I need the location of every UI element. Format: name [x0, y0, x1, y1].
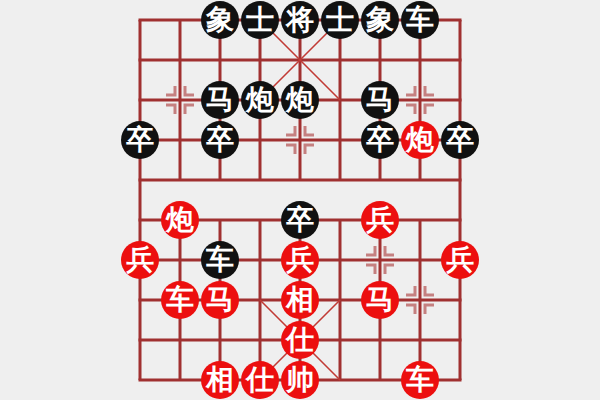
piece-black-cannon[interactable]: 炮 [281, 81, 319, 119]
piece-red-general[interactable]: 帅 [281, 361, 319, 399]
piece-black-elephant[interactable]: 象 [361, 1, 399, 39]
piece-red-elephant[interactable]: 相 [201, 361, 239, 399]
piece-black-soldier[interactable]: 卒 [201, 121, 239, 159]
piece-red-soldier[interactable]: 兵 [361, 201, 399, 239]
piece-layer: 象士将士象车马炮炮马卒卒卒炮卒炮卒兵兵车兵兵车马相马仕相仕帅车 [0, 0, 600, 400]
piece-black-chariot[interactable]: 车 [201, 241, 239, 279]
piece-red-soldier[interactable]: 兵 [121, 241, 159, 279]
piece-black-general[interactable]: 将 [281, 1, 319, 39]
piece-red-chariot[interactable]: 车 [161, 281, 199, 319]
piece-red-horse[interactable]: 马 [361, 281, 399, 319]
piece-red-elephant[interactable]: 相 [281, 281, 319, 319]
piece-red-advisor[interactable]: 仕 [281, 321, 319, 359]
piece-red-cannon[interactable]: 炮 [401, 121, 439, 159]
piece-black-soldier[interactable]: 卒 [121, 121, 159, 159]
piece-black-cannon[interactable]: 炮 [241, 81, 279, 119]
piece-red-horse[interactable]: 马 [201, 281, 239, 319]
piece-red-soldier[interactable]: 兵 [441, 241, 479, 279]
piece-black-soldier[interactable]: 卒 [441, 121, 479, 159]
piece-black-soldier[interactable]: 卒 [281, 201, 319, 239]
piece-black-soldier[interactable]: 卒 [361, 121, 399, 159]
piece-black-elephant[interactable]: 象 [201, 1, 239, 39]
piece-red-chariot[interactable]: 车 [401, 361, 439, 399]
piece-red-advisor[interactable]: 仕 [241, 361, 279, 399]
xiangqi-board[interactable]: 象士将士象车马炮炮马卒卒卒炮卒炮卒兵兵车兵兵车马相马仕相仕帅车 [0, 0, 600, 400]
piece-black-advisor[interactable]: 士 [241, 1, 279, 39]
piece-black-horse[interactable]: 马 [201, 81, 239, 119]
piece-black-horse[interactable]: 马 [361, 81, 399, 119]
piece-black-chariot[interactable]: 车 [401, 1, 439, 39]
piece-red-cannon[interactable]: 炮 [161, 201, 199, 239]
piece-red-soldier[interactable]: 兵 [281, 241, 319, 279]
piece-black-advisor[interactable]: 士 [321, 1, 359, 39]
